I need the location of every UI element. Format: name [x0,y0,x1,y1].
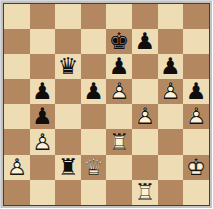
square-f1[interactable]: ♜♖ [132,180,158,205]
white-pawn-e5[interactable]: ♟♙ [106,79,132,104]
white-pawn-outline-glyph: ♙ [132,104,158,129]
white-pawn-outline-glyph: ♙ [106,79,132,104]
square-b5[interactable]: ♟ [30,79,56,104]
white-pawn-g5[interactable]: ♟♙ [158,79,184,104]
square-d2[interactable]: ♛♕ [81,155,107,180]
square-f5[interactable] [132,79,158,104]
square-a8[interactable] [4,4,30,29]
square-g5[interactable]: ♟♙ [158,79,184,104]
square-b8[interactable] [30,4,56,29]
square-e7[interactable]: ♚ [106,29,132,54]
square-g6[interactable]: ♟ [158,54,184,79]
black-pawn-f7[interactable]: ♟ [132,29,158,54]
square-d3[interactable] [81,129,107,154]
square-b4[interactable]: ♟ [30,104,56,129]
square-a6[interactable] [4,54,30,79]
square-f4[interactable]: ♟♙ [132,104,158,129]
square-f6[interactable] [132,54,158,79]
white-pawn-f4[interactable]: ♟♙ [132,104,158,129]
square-g4[interactable] [158,104,184,129]
white-king-h2[interactable]: ♚♔ [183,155,209,180]
square-a3[interactable] [4,129,30,154]
square-b3[interactable]: ♟♙ [30,129,56,154]
square-g2[interactable] [158,155,184,180]
square-c8[interactable] [55,4,81,29]
black-pawn-glyph: ♟ [81,79,107,104]
square-d4[interactable] [81,104,107,129]
black-pawn-glyph: ♟ [183,79,209,104]
white-queen-d2[interactable]: ♛♕ [81,155,107,180]
square-a7[interactable] [4,29,30,54]
square-d1[interactable] [81,180,107,205]
square-c4[interactable] [55,104,81,129]
square-e3[interactable]: ♜♖ [106,129,132,154]
square-g7[interactable] [158,29,184,54]
white-pawn-outline-glyph: ♙ [4,155,30,180]
black-pawn-b4[interactable]: ♟ [30,104,56,129]
square-d5[interactable]: ♟ [81,79,107,104]
square-d7[interactable] [81,29,107,54]
square-e6[interactable]: ♟ [106,54,132,79]
white-pawn-a2[interactable]: ♟♙ [4,155,30,180]
black-pawn-glyph: ♟ [30,79,56,104]
square-c2[interactable]: ♜ [55,155,81,180]
square-f3[interactable] [132,129,158,154]
square-b7[interactable] [30,29,56,54]
square-a1[interactable] [4,180,30,205]
square-f8[interactable] [132,4,158,29]
white-queen-outline-glyph: ♕ [81,155,107,180]
square-d8[interactable] [81,4,107,29]
square-e4[interactable] [106,104,132,129]
square-d6[interactable] [81,54,107,79]
white-pawn-b3[interactable]: ♟♙ [30,129,56,154]
square-h5[interactable]: ♟ [183,79,209,104]
white-rook-e3[interactable]: ♜♖ [106,129,132,154]
black-pawn-d5[interactable]: ♟ [81,79,107,104]
black-rook-glyph: ♜ [55,155,81,180]
square-e2[interactable] [106,155,132,180]
white-pawn-outline-glyph: ♙ [158,79,184,104]
square-a5[interactable] [4,79,30,104]
black-pawn-glyph: ♟ [30,104,56,129]
chess-board: ♚♟♛♟♟♟♟♟♙♟♙♟♟♟♙♟♙♟♙♜♖♟♙♜♛♕♚♔♜♖ [3,3,210,206]
white-pawn-h4[interactable]: ♟♙ [183,104,209,129]
square-e1[interactable] [106,180,132,205]
black-pawn-h5[interactable]: ♟ [183,79,209,104]
square-a2[interactable]: ♟♙ [4,155,30,180]
board-frame: ♚♟♛♟♟♟♟♟♙♟♙♟♟♟♙♟♙♟♙♜♖♟♙♜♛♕♚♔♜♖ [0,0,213,209]
square-c6[interactable]: ♛ [55,54,81,79]
square-g8[interactable] [158,4,184,29]
black-king-e7[interactable]: ♚ [106,29,132,54]
black-pawn-b5[interactable]: ♟ [30,79,56,104]
square-h7[interactable] [183,29,209,54]
square-g3[interactable] [158,129,184,154]
white-pawn-outline-glyph: ♙ [30,129,56,154]
black-king-glyph: ♚ [106,29,132,54]
square-f2[interactable] [132,155,158,180]
square-a4[interactable] [4,104,30,129]
square-b6[interactable] [30,54,56,79]
square-e8[interactable] [106,4,132,29]
white-rook-outline-glyph: ♖ [106,129,132,154]
square-b2[interactable] [30,155,56,180]
black-pawn-glyph: ♟ [158,54,184,79]
black-queen-glyph: ♛ [55,54,81,79]
square-h2[interactable]: ♚♔ [183,155,209,180]
black-queen-c6[interactable]: ♛ [55,54,81,79]
square-h3[interactable] [183,129,209,154]
square-h6[interactable] [183,54,209,79]
square-c1[interactable] [55,180,81,205]
square-g1[interactable] [158,180,184,205]
square-b1[interactable] [30,180,56,205]
square-c5[interactable] [55,79,81,104]
black-pawn-glyph: ♟ [106,54,132,79]
white-rook-f1[interactable]: ♜♖ [132,180,158,205]
square-e5[interactable]: ♟♙ [106,79,132,104]
square-c3[interactable] [55,129,81,154]
white-king-outline-glyph: ♔ [183,155,209,180]
square-f7[interactable]: ♟ [132,29,158,54]
white-pawn-outline-glyph: ♙ [183,104,209,129]
white-rook-outline-glyph: ♖ [132,180,158,205]
black-pawn-g6[interactable]: ♟ [158,54,184,79]
square-h8[interactable] [183,4,209,29]
square-c7[interactable] [55,29,81,54]
square-h4[interactable]: ♟♙ [183,104,209,129]
black-pawn-e6[interactable]: ♟ [106,54,132,79]
black-pawn-glyph: ♟ [132,29,158,54]
square-h1[interactable] [183,180,209,205]
black-rook-c2[interactable]: ♜ [55,155,81,180]
